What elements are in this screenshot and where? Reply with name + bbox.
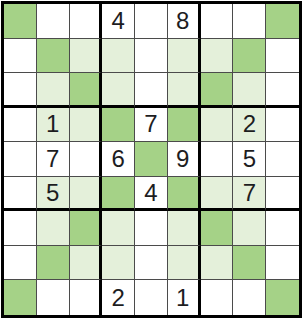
given-digit: 4 [112, 9, 125, 33]
given-digit: 7 [243, 181, 256, 205]
cell-r2c1[interactable] [4, 39, 37, 74]
cell-r7c7[interactable] [201, 211, 234, 246]
cell-r1c2[interactable] [37, 4, 70, 39]
cell-r2c3[interactable] [70, 39, 103, 74]
given-digit: 2 [112, 286, 125, 310]
cell-r5c1[interactable] [4, 142, 37, 177]
cell-r3c4[interactable] [102, 73, 135, 108]
cell-r5c8[interactable]: 5 [233, 142, 266, 177]
cell-r3c3[interactable] [70, 73, 103, 108]
cell-r6c1[interactable] [4, 177, 37, 212]
cell-r5c4[interactable]: 6 [102, 142, 135, 177]
given-digit: 6 [112, 147, 125, 171]
cell-r3c8[interactable] [233, 73, 266, 108]
cell-r7c1[interactable] [4, 211, 37, 246]
given-digit: 7 [46, 147, 59, 171]
cell-r9c2[interactable] [37, 280, 70, 315]
cell-r6c3[interactable] [70, 177, 103, 212]
cell-r4c1[interactable] [4, 108, 37, 143]
cell-r4c9[interactable] [266, 108, 299, 143]
cell-r9c1[interactable] [4, 280, 37, 315]
cell-r5c3[interactable] [70, 142, 103, 177]
cell-r5c9[interactable] [266, 142, 299, 177]
cell-r6c7[interactable] [201, 177, 234, 212]
cell-r2c2[interactable] [37, 39, 70, 74]
given-digit: 5 [243, 147, 256, 171]
cell-r9c3[interactable] [70, 280, 103, 315]
cell-r9c6[interactable]: 1 [168, 280, 201, 315]
given-digit: 2 [243, 112, 256, 136]
cell-r1c7[interactable] [201, 4, 234, 39]
given-digit: 8 [176, 9, 189, 33]
cell-r6c2[interactable]: 5 [37, 177, 70, 212]
cell-r2c7[interactable] [201, 39, 234, 74]
cell-r2c9[interactable] [266, 39, 299, 74]
cell-r4c8[interactable]: 2 [233, 108, 266, 143]
cell-r4c5[interactable]: 7 [135, 108, 168, 143]
cell-r6c9[interactable] [266, 177, 299, 212]
cell-r9c9[interactable] [266, 280, 299, 315]
cell-r6c8[interactable]: 7 [233, 177, 266, 212]
cell-r2c6[interactable] [168, 39, 201, 74]
cell-r8c9[interactable] [266, 246, 299, 281]
sudoku-board-container: 48172769554721 [0, 0, 304, 320]
given-digit: 9 [176, 147, 189, 171]
cell-r9c8[interactable] [233, 280, 266, 315]
cell-r4c3[interactable] [70, 108, 103, 143]
cell-r1c5[interactable] [135, 4, 168, 39]
given-digit: 1 [176, 286, 189, 310]
cell-r8c4[interactable] [102, 246, 135, 281]
cell-r1c3[interactable] [70, 4, 103, 39]
cell-r5c2[interactable]: 7 [37, 142, 70, 177]
cell-r3c9[interactable] [266, 73, 299, 108]
given-digit: 5 [46, 181, 59, 205]
cell-r8c2[interactable] [37, 246, 70, 281]
cell-r9c7[interactable] [201, 280, 234, 315]
given-digit: 4 [144, 181, 157, 205]
cell-r8c3[interactable] [70, 246, 103, 281]
cell-r7c8[interactable] [233, 211, 266, 246]
cell-r8c6[interactable] [168, 246, 201, 281]
cell-r1c6[interactable]: 8 [168, 4, 201, 39]
cell-r3c1[interactable] [4, 73, 37, 108]
cell-r5c7[interactable] [201, 142, 234, 177]
cell-r3c6[interactable] [168, 73, 201, 108]
cell-r7c6[interactable] [168, 211, 201, 246]
cell-r6c4[interactable] [102, 177, 135, 212]
sudoku-board: 48172769554721 [1, 1, 302, 318]
cell-r4c2[interactable]: 1 [37, 108, 70, 143]
cell-r5c5[interactable] [135, 142, 168, 177]
cell-r4c4[interactable] [102, 108, 135, 143]
cell-r3c2[interactable] [37, 73, 70, 108]
cell-r3c5[interactable] [135, 73, 168, 108]
cell-r1c4[interactable]: 4 [102, 4, 135, 39]
cell-r9c4[interactable]: 2 [102, 280, 135, 315]
cell-r8c8[interactable] [233, 246, 266, 281]
cell-r2c4[interactable] [102, 39, 135, 74]
cell-r6c6[interactable] [168, 177, 201, 212]
cell-r3c7[interactable] [201, 73, 234, 108]
cell-r2c5[interactable] [135, 39, 168, 74]
cell-r1c9[interactable] [266, 4, 299, 39]
cell-r4c7[interactable] [201, 108, 234, 143]
cell-r9c5[interactable] [135, 280, 168, 315]
cell-r7c9[interactable] [266, 211, 299, 246]
cell-r4c6[interactable] [168, 108, 201, 143]
cell-r7c3[interactable] [70, 211, 103, 246]
cell-r5c6[interactable]: 9 [168, 142, 201, 177]
cell-r8c5[interactable] [135, 246, 168, 281]
given-digit: 1 [46, 112, 59, 136]
cell-r7c5[interactable] [135, 211, 168, 246]
cell-r8c1[interactable] [4, 246, 37, 281]
cell-r1c1[interactable] [4, 4, 37, 39]
given-digit: 7 [144, 112, 157, 136]
cell-r7c4[interactable] [102, 211, 135, 246]
cell-r8c7[interactable] [201, 246, 234, 281]
cell-r1c8[interactable] [233, 4, 266, 39]
cell-r7c2[interactable] [37, 211, 70, 246]
cell-r2c8[interactable] [233, 39, 266, 74]
cell-r6c5[interactable]: 4 [135, 177, 168, 212]
